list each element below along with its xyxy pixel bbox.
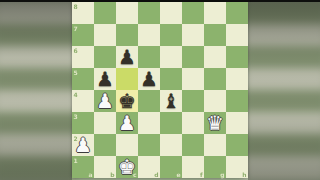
file-label-h: h — [242, 171, 246, 178]
square-h4[interactable] — [226, 90, 248, 112]
square-g8[interactable] — [204, 2, 226, 24]
file-label-e: e — [176, 171, 180, 178]
square-e5[interactable] — [160, 68, 182, 90]
square-a2[interactable]: 2♟ — [72, 134, 94, 156]
square-b1[interactable]: b — [94, 156, 116, 178]
square-e2[interactable] — [160, 134, 182, 156]
white-queen-g3[interactable]: ♛ — [204, 112, 226, 134]
square-f8[interactable] — [182, 2, 204, 24]
file-label-f: f — [200, 171, 203, 178]
square-a3[interactable]: 3 — [72, 112, 94, 134]
rank-label-6: 6 — [74, 47, 78, 54]
square-c4[interactable]: ♚ — [116, 90, 138, 112]
square-g2[interactable] — [204, 134, 226, 156]
square-d6[interactable] — [138, 46, 160, 68]
square-f6[interactable] — [182, 46, 204, 68]
square-h6[interactable] — [226, 46, 248, 68]
square-d7[interactable] — [138, 24, 160, 46]
square-a5[interactable]: 5 — [72, 68, 94, 90]
square-a8[interactable]: 8 — [72, 2, 94, 24]
square-e3[interactable] — [160, 112, 182, 134]
square-e4[interactable]: ♝ — [160, 90, 182, 112]
square-h3[interactable] — [226, 112, 248, 134]
square-f5[interactable] — [182, 68, 204, 90]
black-pawn-c6[interactable]: ♟ — [116, 46, 138, 68]
square-b3[interactable] — [94, 112, 116, 134]
white-pawn-a2[interactable]: ♟ — [72, 134, 94, 156]
square-d5[interactable]: ♟ — [138, 68, 160, 90]
square-b7[interactable] — [94, 24, 116, 46]
square-e7[interactable] — [160, 24, 182, 46]
square-b2[interactable] — [94, 134, 116, 156]
square-c1[interactable]: c♚ — [116, 156, 138, 178]
file-label-g: g — [220, 171, 224, 178]
square-h1[interactable]: h — [226, 156, 248, 178]
black-pawn-b5[interactable]: ♟ — [94, 68, 116, 90]
square-f2[interactable] — [182, 134, 204, 156]
file-label-a: a — [88, 171, 92, 178]
rank-label-3: 3 — [74, 113, 78, 120]
square-f7[interactable] — [182, 24, 204, 46]
square-d3[interactable] — [138, 112, 160, 134]
square-d8[interactable] — [138, 2, 160, 24]
square-a6[interactable]: 6 — [72, 46, 94, 68]
square-c3[interactable]: ♟ — [116, 112, 138, 134]
square-b6[interactable] — [94, 46, 116, 68]
chess-board[interactable]: 876♟5♟♟4♟♚♝3♟♛2♟1abc♚defgh — [72, 2, 248, 178]
square-e1[interactable]: e — [160, 156, 182, 178]
background-blur-left — [0, 0, 78, 180]
square-h7[interactable] — [226, 24, 248, 46]
file-label-b: b — [110, 171, 114, 178]
square-c5[interactable] — [116, 68, 138, 90]
square-c2[interactable] — [116, 134, 138, 156]
square-f3[interactable] — [182, 112, 204, 134]
square-g5[interactable] — [204, 68, 226, 90]
square-h5[interactable] — [226, 68, 248, 90]
white-pawn-b4[interactable]: ♟ — [94, 90, 116, 112]
square-h2[interactable] — [226, 134, 248, 156]
rank-label-8: 8 — [74, 3, 78, 10]
square-g3[interactable]: ♛ — [204, 112, 226, 134]
black-pawn-d5[interactable]: ♟ — [138, 68, 160, 90]
rank-label-4: 4 — [74, 91, 78, 98]
square-d4[interactable] — [138, 90, 160, 112]
black-bishop-e4[interactable]: ♝ — [160, 90, 182, 112]
square-b4[interactable]: ♟ — [94, 90, 116, 112]
white-king-c1[interactable]: ♚ — [116, 156, 138, 178]
square-g7[interactable] — [204, 24, 226, 46]
square-a4[interactable]: 4 — [72, 90, 94, 112]
file-label-d: d — [154, 171, 158, 178]
rank-label-7: 7 — [74, 25, 78, 32]
square-d2[interactable] — [138, 134, 160, 156]
square-h8[interactable] — [226, 2, 248, 24]
rank-label-5: 5 — [74, 69, 78, 76]
square-c7[interactable] — [116, 24, 138, 46]
square-g1[interactable]: g — [204, 156, 226, 178]
square-f4[interactable] — [182, 90, 204, 112]
video-frame: 876♟5♟♟4♟♚♝3♟♛2♟1abc♚defgh — [0, 0, 320, 180]
square-g4[interactable] — [204, 90, 226, 112]
square-b5[interactable]: ♟ — [94, 68, 116, 90]
square-f1[interactable]: f — [182, 156, 204, 178]
black-king-c4[interactable]: ♚ — [116, 90, 138, 112]
rank-label-1: 1 — [74, 157, 78, 164]
square-d1[interactable]: d — [138, 156, 160, 178]
square-c6[interactable]: ♟ — [116, 46, 138, 68]
white-pawn-c3[interactable]: ♟ — [116, 112, 138, 134]
square-g6[interactable] — [204, 46, 226, 68]
square-c8[interactable] — [116, 2, 138, 24]
square-a7[interactable]: 7 — [72, 24, 94, 46]
square-b8[interactable] — [94, 2, 116, 24]
background-blur-right — [244, 0, 320, 180]
square-e6[interactable] — [160, 46, 182, 68]
square-a1[interactable]: 1a — [72, 156, 94, 178]
square-e8[interactable] — [160, 2, 182, 24]
